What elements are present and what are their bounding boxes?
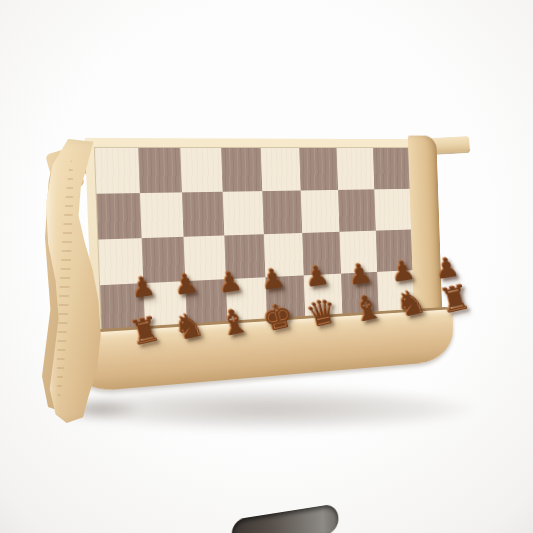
square-light [95,148,140,194]
square-light [261,148,301,191]
square-dark [182,192,224,237]
black-rook: ♜ [436,279,473,319]
black-pawn: ♟ [303,261,331,291]
square-dark [97,193,142,239]
black-pawn: ♟ [259,264,287,294]
square-light [180,148,222,192]
carry-handle-cutout [231,503,339,533]
square-dark [338,189,376,231]
square-dark [138,148,182,193]
square-light [223,191,264,235]
square-dark [373,148,410,189]
product-photo: ♟♟♟♟♟♟♟♟♜♞♝♚♛♝♞♜ [0,0,533,533]
square-light [374,189,411,231]
square-light [140,192,184,238]
square-dark [221,148,262,192]
square-dark [299,148,338,191]
square-light [337,148,375,190]
black-pawn: ♟ [129,272,157,302]
square-dark [262,191,302,235]
black-pawn: ♟ [172,269,200,299]
square-light [301,190,340,233]
black-pawn: ♟ [216,266,244,296]
black-pawn: ♟ [346,258,374,288]
